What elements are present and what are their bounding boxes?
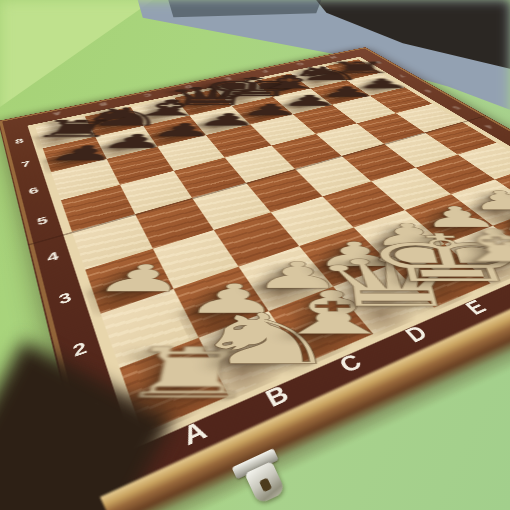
photo-canvas: ♜♞♝♛♚♝♞♜♟♟♟♟♟♟♟♟♟♟♟♟♟♟♟♟♜♞♝♛♚♝♞♜ 1122334…	[0, 0, 510, 510]
piece-white-pawn[interactable]: ♟	[88, 261, 192, 297]
piece-black-pawn[interactable]: ♟	[354, 77, 413, 90]
